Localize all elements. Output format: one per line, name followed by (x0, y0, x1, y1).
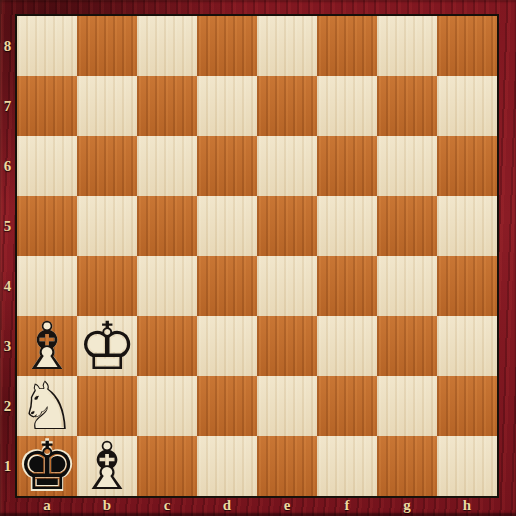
rank-label-6: 6 (0, 136, 15, 196)
piece-glyph-outline: ♗ (77, 437, 137, 497)
file-label-b: b (77, 497, 137, 516)
rank-label-1: 1 (0, 436, 15, 496)
file-label-d: d (197, 497, 257, 516)
file-label-a: a (17, 497, 77, 516)
file-label-c: c (137, 497, 197, 516)
piece-black-king-a1[interactable]: ♚♚ (17, 436, 77, 496)
piece-white-bishop-a3[interactable]: ♝♗ (17, 316, 77, 376)
piece-white-king-b3[interactable]: ♚♔ (77, 316, 137, 376)
rank-label-4: 4 (0, 256, 15, 316)
rank-label-8: 8 (0, 16, 15, 76)
board-frame: ♝♗♚♔♞♘♚♚♝♗ 87654321 abcdefgh (0, 0, 516, 516)
piece-glyph-outline: ♚ (17, 437, 77, 497)
file-label-g: g (377, 497, 437, 516)
pieces-layer: ♝♗♚♔♞♘♚♚♝♗ (17, 16, 497, 496)
rank-label-2: 2 (0, 376, 15, 436)
piece-white-bishop-b1[interactable]: ♝♗ (77, 436, 137, 496)
rank-label-5: 5 (0, 196, 15, 256)
piece-glyph-outline: ♔ (77, 317, 137, 377)
rank-label-7: 7 (0, 76, 15, 136)
file-label-h: h (437, 497, 497, 516)
file-label-e: e (257, 497, 317, 516)
file-label-f: f (317, 497, 377, 516)
rank-label-3: 3 (0, 316, 15, 376)
